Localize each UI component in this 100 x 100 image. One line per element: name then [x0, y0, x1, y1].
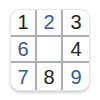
sudoku-cell-r2c1: 6 — [11, 37, 37, 64]
sudoku-cell-r1c1: 1 — [11, 10, 37, 37]
sudoku-cell-r3c1: 7 — [11, 63, 37, 90]
sudoku-cell-r1c2: 2 — [37, 10, 63, 37]
sudoku-app-icon[interactable]: 1 2 3 6 4 7 8 9 — [0, 0, 100, 100]
sudoku-cell-r2c3: 4 — [63, 37, 89, 64]
sudoku-icon-card: 1 2 3 6 4 7 8 9 — [10, 9, 90, 91]
sudoku-cell-r2c2 — [37, 37, 63, 64]
sudoku-cell-r3c3: 9 — [63, 63, 89, 90]
sudoku-cell-r1c3: 3 — [63, 10, 89, 37]
sudoku-grid: 1 2 3 6 4 7 8 9 — [11, 10, 89, 90]
sudoku-cell-r3c2: 8 — [37, 63, 63, 90]
